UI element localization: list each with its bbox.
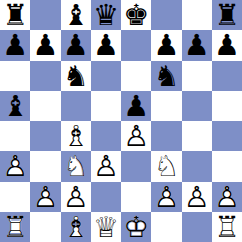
black-pawn-piece: ♟: [121, 91, 151, 121]
white-piece-outline: ♙: [182, 182, 212, 212]
white-piece-outline: ♖: [212, 212, 242, 242]
square-a5[interactable]: ♝: [0, 91, 30, 121]
square-g4[interactable]: [182, 121, 212, 151]
square-g6[interactable]: [182, 61, 212, 91]
square-e7[interactable]: [121, 30, 151, 60]
black-knight-piece: ♞: [151, 61, 181, 91]
square-c8[interactable]: ♝: [61, 0, 91, 30]
square-f1[interactable]: [151, 212, 181, 242]
white-piece-outline: ♖: [0, 212, 30, 242]
white-piece-outline: ♔: [121, 212, 151, 242]
square-g2[interactable]: ♟♙: [182, 182, 212, 212]
square-a4[interactable]: [0, 121, 30, 151]
white-piece-outline: ♗: [61, 121, 91, 151]
square-e5[interactable]: ♟: [121, 91, 151, 121]
white-piece-outline: ♕: [91, 212, 121, 242]
square-b8[interactable]: [30, 0, 60, 30]
white-queen-piece: ♛♕: [91, 212, 121, 242]
square-a8[interactable]: ♜: [0, 0, 30, 30]
square-f7[interactable]: ♟: [151, 30, 181, 60]
black-queen-piece: ♛: [91, 0, 121, 30]
black-piece-glyph: ♚: [121, 0, 151, 30]
square-f2[interactable]: ♟♙: [151, 182, 181, 212]
square-c3[interactable]: ♞♘: [61, 151, 91, 181]
black-piece-glyph: ♟: [212, 30, 242, 60]
white-pawn-piece: ♟♙: [182, 182, 212, 212]
square-h4[interactable]: [212, 121, 242, 151]
white-pawn-piece: ♟♙: [91, 151, 121, 181]
white-knight-piece: ♞♘: [61, 151, 91, 181]
black-piece-glyph: ♛: [91, 0, 121, 30]
white-pawn-piece: ♟♙: [30, 182, 60, 212]
square-f6[interactable]: ♞: [151, 61, 181, 91]
black-piece-glyph: ♟: [91, 30, 121, 60]
square-d8[interactable]: ♛: [91, 0, 121, 30]
black-piece-glyph: ♟: [30, 30, 60, 60]
square-b5[interactable]: [30, 91, 60, 121]
black-knight-piece: ♞: [61, 61, 91, 91]
white-king-piece: ♚♔: [121, 212, 151, 242]
square-g5[interactable]: [182, 91, 212, 121]
black-piece-glyph: ♟: [0, 30, 30, 60]
square-e4[interactable]: ♟♙: [121, 121, 151, 151]
black-piece-glyph: ♞: [151, 61, 181, 91]
square-h8[interactable]: ♜: [212, 0, 242, 30]
square-h7[interactable]: ♟: [212, 30, 242, 60]
white-piece-outline: ♙: [30, 182, 60, 212]
black-piece-glyph: ♝: [61, 0, 91, 30]
black-rook-piece: ♜: [212, 0, 242, 30]
square-c1[interactable]: ♝♗: [61, 212, 91, 242]
square-f4[interactable]: [151, 121, 181, 151]
square-e3[interactable]: [121, 151, 151, 181]
white-rook-piece: ♜♖: [212, 212, 242, 242]
white-piece-outline: ♘: [151, 151, 181, 181]
square-g8[interactable]: [182, 0, 212, 30]
square-c5[interactable]: [61, 91, 91, 121]
square-a3[interactable]: ♟♙: [0, 151, 30, 181]
black-pawn-piece: ♟: [212, 30, 242, 60]
square-a2[interactable]: [0, 182, 30, 212]
black-king-piece: ♚: [121, 0, 151, 30]
square-b3[interactable]: [30, 151, 60, 181]
square-b6[interactable]: [30, 61, 60, 91]
black-pawn-piece: ♟: [61, 30, 91, 60]
square-d4[interactable]: [91, 121, 121, 151]
square-c7[interactable]: ♟: [61, 30, 91, 60]
square-g1[interactable]: [182, 212, 212, 242]
white-bishop-piece: ♝♗: [61, 212, 91, 242]
white-pawn-piece: ♟♙: [0, 151, 30, 181]
square-a1[interactable]: ♜♖: [0, 212, 30, 242]
square-h6[interactable]: [212, 61, 242, 91]
square-b1[interactable]: [30, 212, 60, 242]
black-piece-glyph: ♜: [212, 0, 242, 30]
square-g7[interactable]: ♟: [182, 30, 212, 60]
black-pawn-piece: ♟: [182, 30, 212, 60]
square-h1[interactable]: ♜♖: [212, 212, 242, 242]
square-d5[interactable]: [91, 91, 121, 121]
square-b4[interactable]: [30, 121, 60, 151]
black-rook-piece: ♜: [0, 0, 30, 30]
black-piece-glyph: ♜: [0, 0, 30, 30]
square-b7[interactable]: ♟: [30, 30, 60, 60]
white-pawn-piece: ♟♙: [151, 182, 181, 212]
square-h2[interactable]: ♟♙: [212, 182, 242, 212]
black-pawn-piece: ♟: [151, 30, 181, 60]
black-piece-glyph: ♝: [0, 91, 30, 121]
black-piece-glyph: ♟: [61, 30, 91, 60]
square-f5[interactable]: [151, 91, 181, 121]
white-piece-outline: ♙: [212, 182, 242, 212]
white-pawn-piece: ♟♙: [121, 121, 151, 151]
black-piece-glyph: ♞: [61, 61, 91, 91]
square-e8[interactable]: ♚: [121, 0, 151, 30]
white-bishop-piece: ♝♗: [61, 121, 91, 151]
square-a7[interactable]: ♟: [0, 30, 30, 60]
square-f8[interactable]: [151, 0, 181, 30]
black-piece-glyph: ♟: [121, 91, 151, 121]
square-e1[interactable]: ♚♔: [121, 212, 151, 242]
white-pawn-piece: ♟♙: [61, 182, 91, 212]
white-piece-outline: ♙: [91, 151, 121, 181]
black-pawn-piece: ♟: [0, 30, 30, 60]
black-bishop-piece: ♝: [0, 91, 30, 121]
white-knight-piece: ♞♘: [151, 151, 181, 181]
white-piece-outline: ♙: [61, 182, 91, 212]
square-c6[interactable]: ♞: [61, 61, 91, 91]
square-e2[interactable]: [121, 182, 151, 212]
square-g3[interactable]: [182, 151, 212, 181]
square-c4[interactable]: ♝♗: [61, 121, 91, 151]
white-piece-outline: ♗: [61, 212, 91, 242]
square-f3[interactable]: ♞♘: [151, 151, 181, 181]
black-pawn-piece: ♟: [91, 30, 121, 60]
white-piece-outline: ♘: [61, 151, 91, 181]
black-pawn-piece: ♟: [30, 30, 60, 60]
square-d2[interactable]: [91, 182, 121, 212]
black-bishop-piece: ♝: [61, 0, 91, 30]
black-piece-glyph: ♟: [151, 30, 181, 60]
square-h5[interactable]: [212, 91, 242, 121]
square-h3[interactable]: [212, 151, 242, 181]
square-d3[interactable]: ♟♙: [91, 151, 121, 181]
square-a6[interactable]: [0, 61, 30, 91]
white-rook-piece: ♜♖: [0, 212, 30, 242]
square-b2[interactable]: ♟♙: [30, 182, 60, 212]
square-d6[interactable]: [91, 61, 121, 91]
square-e6[interactable]: [121, 61, 151, 91]
square-c2[interactable]: ♟♙: [61, 182, 91, 212]
black-piece-glyph: ♟: [182, 30, 212, 60]
white-piece-outline: ♙: [121, 121, 151, 151]
white-pawn-piece: ♟♙: [212, 182, 242, 212]
white-piece-outline: ♙: [0, 151, 30, 181]
white-piece-outline: ♙: [151, 182, 181, 212]
square-d1[interactable]: ♛♕: [91, 212, 121, 242]
square-d7[interactable]: ♟: [91, 30, 121, 60]
chess-board: ♜♝♛♚♜♟♟♟♟♟♟♟♞♞♝♟♝♗♟♙♟♙♞♘♟♙♞♘♟♙♟♙♟♙♟♙♟♙♜♖…: [0, 0, 242, 242]
